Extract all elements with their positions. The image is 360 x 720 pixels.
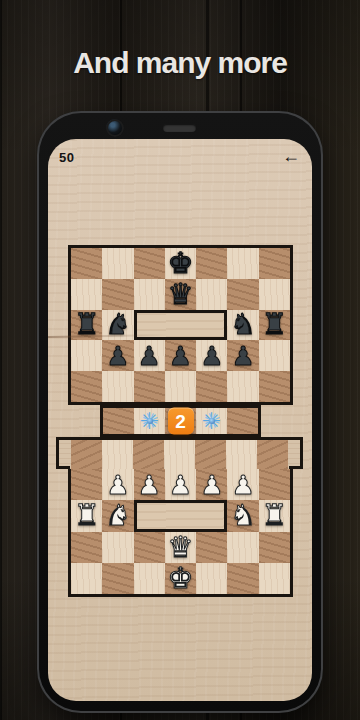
gate-counter-badge: 2 [168, 408, 194, 435]
black-rook-glyph: ♜ [261, 310, 287, 339]
board-square[interactable] [226, 440, 257, 469]
board-square[interactable] [102, 440, 133, 469]
board-square[interactable] [259, 248, 290, 279]
board-square[interactable] [134, 532, 165, 563]
board-square[interactable] [103, 408, 134, 434]
white-pawn-glyph: ♟ [231, 472, 254, 498]
board-square[interactable] [227, 563, 258, 594]
level-counter: 50 [59, 150, 74, 165]
board-outline-segment [289, 466, 303, 469]
board-square[interactable] [71, 563, 102, 594]
board-square[interactable] [134, 371, 165, 402]
white-rook-glyph: ♜ [261, 501, 287, 530]
white-pawn[interactable]: ♟ [134, 469, 165, 500]
black-pawn-glyph: ♟ [138, 343, 161, 369]
snowflake-frozen-icon: ✳✳ [134, 408, 165, 434]
white-knight[interactable]: ♞ [227, 500, 258, 531]
board-square[interactable] [257, 440, 288, 469]
board-square[interactable] [196, 563, 227, 594]
black-pawn[interactable]: ♟ [227, 340, 258, 371]
white-king[interactable]: ♚ [165, 563, 196, 594]
black-rook[interactable]: ♜ [71, 310, 102, 341]
board-square[interactable] [71, 469, 102, 500]
black-knight[interactable]: ♞ [102, 310, 133, 341]
page-title: And many more [0, 46, 360, 80]
board-square[interactable] [71, 279, 102, 310]
board-square[interactable] [102, 248, 133, 279]
board-square[interactable] [133, 440, 164, 469]
board-gate-block: ✳✳2✳✳ [100, 405, 261, 437]
board-square[interactable] [227, 248, 258, 279]
board-square[interactable] [259, 469, 290, 500]
white-knight[interactable]: ♞ [102, 500, 133, 531]
reserve-box [134, 310, 228, 341]
black-queen-glyph: ♛ [167, 280, 193, 309]
board-shelf-block [56, 437, 303, 469]
front-camera-icon [106, 119, 124, 137]
board-square[interactable] [227, 279, 258, 310]
board-square[interactable] [71, 340, 102, 371]
black-rook-glyph: ♜ [74, 310, 100, 339]
board-square[interactable] [71, 532, 102, 563]
black-pawn[interactable]: ♟ [134, 340, 165, 371]
board-square[interactable] [71, 440, 102, 469]
white-knight-glyph: ♞ [230, 501, 256, 530]
board-square[interactable] [196, 371, 227, 402]
black-pawn-glyph: ♟ [200, 343, 223, 369]
white-queen-glyph: ♛ [167, 533, 193, 562]
board-edge-tab [59, 440, 71, 469]
white-king-glyph: ♚ [167, 564, 193, 593]
phone-frame: 50 ← ♚♛♜♞♞♜♟♟♟♟♟ ✳✳2✳✳ ♟♟♟♟♟♜♞♞♜♛♚ [37, 111, 323, 713]
app-screen: 50 ← ♚♛♜♞♞♜♟♟♟♟♟ ✳✳2✳✳ ♟♟♟♟♟♜♞♞♜♛♚ [48, 139, 312, 701]
board-square[interactable] [196, 532, 227, 563]
black-pawn-glyph: ♟ [231, 343, 254, 369]
board-square[interactable] [259, 279, 290, 310]
board-square[interactable] [196, 279, 227, 310]
board-outline-segment [56, 466, 70, 469]
board-square[interactable] [259, 563, 290, 594]
board-square[interactable] [102, 532, 133, 563]
black-pawn[interactable]: ♟ [102, 340, 133, 371]
board-square[interactable] [102, 563, 133, 594]
white-pawn[interactable]: ♟ [102, 469, 133, 500]
board-square[interactable] [165, 371, 196, 402]
board-square[interactable] [134, 248, 165, 279]
board-square[interactable] [134, 563, 165, 594]
white-pawn[interactable]: ♟ [196, 469, 227, 500]
black-knight-glyph: ♞ [105, 310, 131, 339]
white-rook-glyph: ♜ [74, 501, 100, 530]
board-square[interactable] [102, 371, 133, 402]
board-square[interactable] [71, 248, 102, 279]
board-square[interactable] [227, 408, 258, 434]
white-knight-glyph: ♞ [105, 501, 131, 530]
white-pawn-glyph: ♟ [138, 472, 161, 498]
board-square[interactable] [71, 371, 102, 402]
black-queen[interactable]: ♛ [165, 279, 196, 310]
board-square[interactable]: 2 [165, 408, 196, 434]
white-queen[interactable]: ♛ [165, 532, 196, 563]
back-arrow-icon[interactable]: ← [282, 146, 300, 167]
white-pawn-glyph: ♟ [200, 472, 223, 498]
board-bottom-block: ♟♟♟♟♟♜♞♞♜♛♚ [68, 469, 293, 597]
white-pawn-glyph: ♟ [169, 472, 192, 498]
black-king[interactable]: ♚ [165, 248, 196, 279]
black-knight[interactable]: ♞ [227, 310, 258, 341]
black-pawn[interactable]: ♟ [165, 340, 196, 371]
page-background: And many more 50 ← ♚♛♜♞♞♜♟♟♟♟♟ ✳✳2✳✳ ♟♟♟… [0, 0, 360, 720]
board-square[interactable] [259, 532, 290, 563]
board-edge-tab [288, 440, 300, 469]
earpiece-speaker [163, 124, 196, 132]
black-pawn-glyph: ♟ [106, 343, 129, 369]
board-square[interactable] [134, 279, 165, 310]
white-pawn[interactable]: ♟ [227, 469, 258, 500]
black-pawn[interactable]: ♟ [196, 340, 227, 371]
white-pawn-glyph: ♟ [106, 472, 129, 498]
white-rook[interactable]: ♜ [71, 500, 102, 531]
board-square[interactable] [195, 440, 226, 469]
board-square[interactable] [227, 532, 258, 563]
reserve-box [134, 500, 228, 531]
board-square[interactable] [259, 371, 290, 402]
board-square[interactable] [164, 440, 195, 469]
black-rook[interactable]: ♜ [259, 310, 290, 341]
white-pawn[interactable]: ♟ [165, 469, 196, 500]
board-square[interactable] [196, 248, 227, 279]
board-square[interactable]: ✳✳ [196, 408, 227, 434]
black-knight-glyph: ♞ [230, 310, 256, 339]
white-rook[interactable]: ♜ [259, 500, 290, 531]
board-top-block: ♚♛♜♞♞♜♟♟♟♟♟ [68, 245, 293, 405]
board-square[interactable] [102, 279, 133, 310]
board-square[interactable] [227, 371, 258, 402]
black-king-glyph: ♚ [167, 249, 193, 278]
black-pawn-glyph: ♟ [169, 343, 192, 369]
snowflake-frozen-icon: ✳✳ [196, 408, 227, 434]
board-square[interactable] [259, 340, 290, 371]
board-square[interactable]: ✳✳ [134, 408, 165, 434]
